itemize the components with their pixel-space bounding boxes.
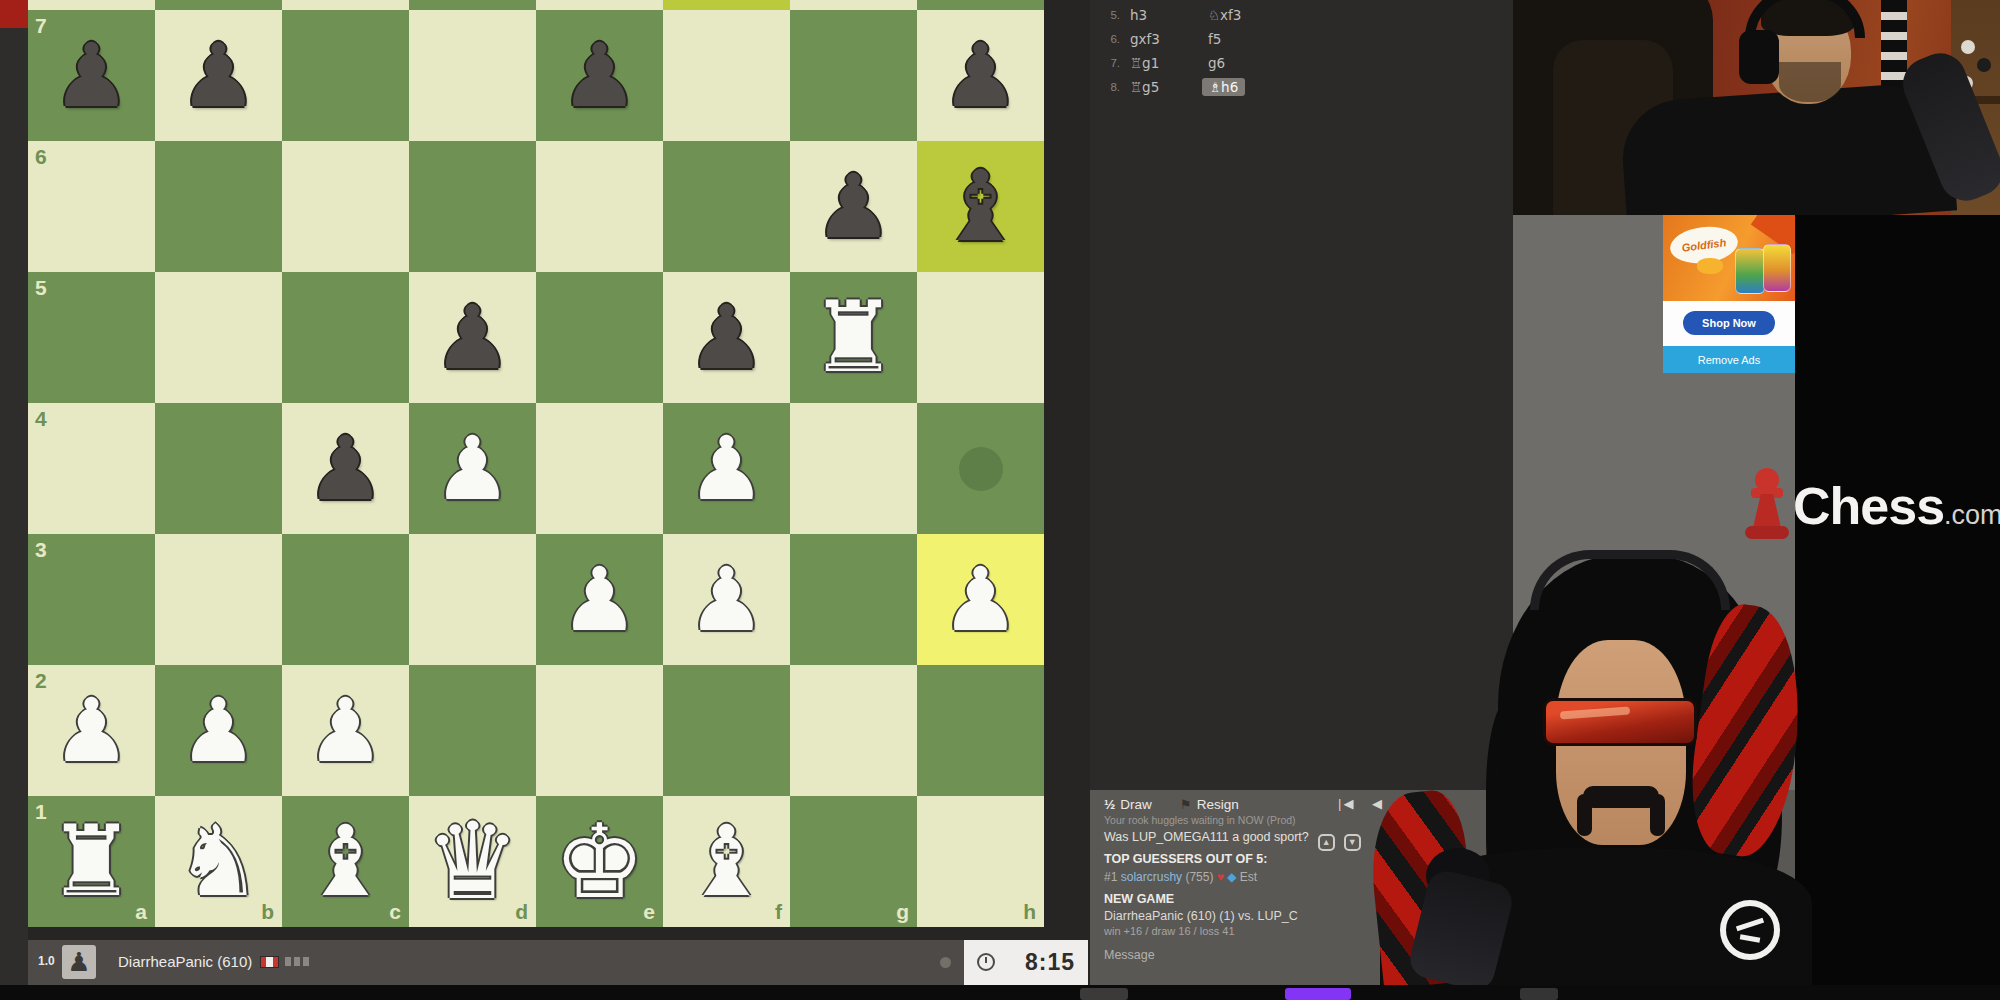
player-clock: 8:15 — [964, 940, 1088, 985]
square-b5[interactable] — [155, 272, 282, 403]
clock-time: 8:15 — [1025, 949, 1075, 976]
piece-white-pawn[interactable]: ♟ — [663, 403, 790, 534]
piece-black-pawn[interactable]: ♟ — [155, 10, 282, 141]
square-a3[interactable]: 3 — [28, 534, 155, 665]
square-f1[interactable]: f♝ — [663, 796, 790, 927]
square-f2[interactable] — [663, 665, 790, 796]
square-a7[interactable]: 7♟ — [28, 10, 155, 141]
square-h3[interactable]: ♟ — [917, 534, 1044, 665]
square-c3[interactable] — [282, 534, 409, 665]
piece-black-pawn[interactable]: ♟ — [790, 141, 917, 272]
draw-button[interactable]: ½Draw — [1104, 797, 1152, 812]
turn-indicator-dot — [940, 957, 951, 968]
message-input[interactable]: Message — [1104, 948, 1155, 962]
stream-frame: 7♟♟♟♟6♟♝5♟♟♜4♟♟♟3♟♟♟2♟♟♟1a♜b♞c♝d♛e♚f♝gh … — [0, 0, 2000, 1000]
square-c6[interactable] — [282, 141, 409, 272]
resign-flag-icon: ⚑ — [1180, 797, 1192, 812]
black-move-current[interactable]: ♗h6 — [1202, 78, 1245, 96]
remove-ads-button[interactable]: Remove Ads — [1663, 346, 1795, 373]
square-c4[interactable]: ♟ — [282, 403, 409, 534]
white-move[interactable]: h3 — [1130, 7, 1147, 23]
square-d3[interactable] — [409, 534, 536, 665]
ad-cracker-icon — [1697, 258, 1723, 274]
square-e7[interactable]: ♟ — [536, 10, 663, 141]
square-f6[interactable] — [663, 141, 790, 272]
square-b8[interactable] — [155, 0, 282, 10]
piece-black-bishop[interactable]: ♝ — [917, 141, 1044, 272]
piece-white-pawn[interactable]: ♟ — [282, 665, 409, 796]
headphones-icon — [1530, 550, 1730, 610]
square-c2[interactable]: ♟ — [282, 665, 409, 796]
square-f3[interactable]: ♟ — [663, 534, 790, 665]
avatar[interactable]: ♟ — [62, 945, 96, 979]
square-b2[interactable]: ♟ — [155, 665, 282, 796]
square-e3[interactable]: ♟ — [536, 534, 663, 665]
square-h5[interactable] — [917, 272, 1044, 403]
move-row: 6.gxf3f5 — [1090, 28, 1513, 52]
move-number: 5. — [1098, 9, 1120, 21]
square-g1[interactable]: g — [790, 796, 917, 927]
legal-move-dot[interactable] — [959, 447, 1003, 491]
piece-white-pawn[interactable]: ♟ — [663, 534, 790, 665]
square-e2[interactable] — [536, 665, 663, 796]
highlight-f8 — [663, 0, 790, 10]
overlay-button-purple[interactable] — [1285, 988, 1351, 1000]
rank-label-5: 5 — [35, 276, 47, 300]
square-g7[interactable] — [790, 10, 917, 141]
top-guessers-header: TOP GUESSERS OUT OF 5: — [1104, 852, 1267, 866]
streamer-torso — [1619, 81, 1957, 215]
square-g2[interactable] — [790, 665, 917, 796]
file-label-c: c — [389, 900, 401, 924]
rank-label-1: 1 — [35, 800, 47, 824]
square-g5[interactable]: ♜ — [790, 272, 917, 403]
square-d5[interactable]: ♟ — [409, 272, 536, 403]
match-score: 1.0 — [38, 954, 55, 968]
square-f4[interactable]: ♟ — [663, 403, 790, 534]
square-d2[interactable] — [409, 665, 536, 796]
square-h7[interactable]: ♟ — [917, 10, 1044, 141]
white-move[interactable]: ♖g1 — [1130, 55, 1159, 71]
resign-button[interactable]: ⚑Resign — [1180, 797, 1239, 812]
file-label-f: f — [775, 900, 782, 924]
file-label-a: a — [135, 900, 147, 924]
shop-now-button[interactable]: Shop Now — [1683, 311, 1775, 335]
square-d1[interactable]: d♛ — [409, 796, 536, 927]
thumbs-down-icon[interactable]: ▼ — [1344, 834, 1361, 851]
black-move[interactable]: f5 — [1208, 31, 1221, 47]
system-message: Your rook huggles waiting in NOW (Prod) — [1104, 814, 1296, 826]
file-label-g: g — [896, 900, 909, 924]
square-g4[interactable] — [790, 403, 917, 534]
file-label-d: d — [515, 900, 528, 924]
player-bar: 1.0 ♟ DiarrheaPanic (610) 8:15 — [28, 940, 1088, 985]
black-move[interactable]: ♘xf3 — [1208, 7, 1241, 23]
rank-label-2: 2 — [35, 669, 47, 693]
matchup-line: DiarrheaPanic (610) (1) vs. LUP_C — [1104, 909, 1298, 923]
rank-label-6: 6 — [35, 145, 47, 169]
square-h4[interactable] — [917, 403, 1044, 534]
sport-question: Was LUP_OMEGA111 a good sport?▲▼ — [1104, 830, 1361, 851]
webcam-bottom-overlay — [1380, 548, 1812, 985]
nav-first-button[interactable]: |◀ — [1338, 796, 1355, 811]
piece-white-pawn[interactable]: ♟ — [155, 665, 282, 796]
overlay-red-corner — [0, 0, 28, 28]
square-c5[interactable] — [282, 272, 409, 403]
square-a6[interactable]: 6 — [28, 141, 155, 272]
thumbs-up-icon[interactable]: ▲ — [1318, 834, 1335, 851]
logo-text: Chess.com — [1793, 476, 2000, 536]
rank-label-4: 4 — [35, 407, 47, 431]
left-edge-strip — [0, 0, 28, 985]
piece-black-pawn[interactable]: ♟ — [917, 10, 1044, 141]
piece-white-pawn[interactable]: ♟ — [917, 534, 1044, 665]
pawn-avatar-icon: ♟ — [67, 945, 90, 979]
piece-white-bishop[interactable]: ♝ — [663, 796, 790, 927]
square-e4[interactable] — [536, 403, 663, 534]
square-h8[interactable] — [917, 0, 1044, 10]
square-d8[interactable] — [409, 0, 536, 10]
bonus-dots-icon — [285, 957, 311, 966]
square-e8[interactable] — [536, 0, 663, 10]
club-ring-logo — [1720, 900, 1780, 960]
square-b3[interactable] — [155, 534, 282, 665]
square-g3[interactable] — [790, 534, 917, 665]
square-c7[interactable] — [282, 10, 409, 141]
ad-product-bag — [1735, 248, 1765, 294]
file-label-e: e — [643, 900, 655, 924]
move-row: 7.♖g1g6 — [1090, 52, 1513, 76]
square-h1[interactable]: h — [917, 796, 1044, 927]
chess-board[interactable]: 7♟♟♟♟6♟♝5♟♟♜4♟♟♟3♟♟♟2♟♟♟1a♜b♞c♝d♛e♚f♝gh — [28, 0, 1044, 927]
square-b7[interactable]: ♟ — [155, 10, 282, 141]
piece-white-pawn[interactable]: ♟ — [536, 534, 663, 665]
bottom-player-strip — [0, 985, 2000, 1000]
square-d4[interactable]: ♟ — [409, 403, 536, 534]
file-label-b: b — [261, 900, 274, 924]
piece-white-pawn[interactable]: ♟ — [28, 665, 155, 796]
square-a1[interactable]: 1a♜ — [28, 796, 155, 927]
clock-icon — [977, 953, 995, 971]
square-e1[interactable]: e♚ — [536, 796, 663, 927]
rank-label-7: 7 — [35, 14, 47, 38]
move-number: 6. — [1098, 33, 1120, 45]
square-f7[interactable] — [663, 10, 790, 141]
square-a8[interactable] — [28, 0, 155, 10]
white-move[interactable]: ♖g5 — [1130, 79, 1159, 95]
move-number: 8. — [1098, 81, 1120, 93]
square-e6[interactable] — [536, 141, 663, 272]
square-g8[interactable] — [790, 0, 917, 10]
square-a2[interactable]: 2♟ — [28, 665, 155, 796]
move-number: 7. — [1098, 57, 1120, 69]
piece-black-pawn[interactable]: ♟ — [28, 10, 155, 141]
stakes-line: win +16 / draw 16 / loss 41 — [1104, 925, 1235, 937]
square-b4[interactable] — [155, 403, 282, 534]
square-f8[interactable] — [663, 0, 790, 10]
file-label-h: h — [1023, 900, 1036, 924]
square-h2[interactable] — [917, 665, 1044, 796]
ad-image: Goldfish — [1663, 210, 1795, 301]
webcam-top — [1513, 0, 2000, 215]
country-flag-icon — [260, 956, 279, 968]
guesser-row: #1 solarcrushy (755) ♥ ◆ Est — [1104, 870, 1257, 884]
chesscom-logo: Chess.com — [1737, 468, 1997, 548]
piece-black-pawn[interactable]: ♟ — [282, 403, 409, 534]
move-row: 5.h3♘xf3 — [1090, 4, 1513, 28]
square-d7[interactable] — [409, 10, 536, 141]
piece-white-pawn[interactable]: ♟ — [409, 403, 536, 534]
overlay-button-dark[interactable] — [1520, 988, 1558, 1000]
square-c8[interactable] — [282, 0, 409, 10]
gem-icon: ◆ — [1227, 870, 1236, 884]
ad-cta-area: Shop Now — [1663, 301, 1795, 346]
mustache — [1583, 786, 1659, 808]
square-c1[interactable]: c♝ — [282, 796, 409, 927]
piece-black-pawn[interactable]: ♟ — [536, 10, 663, 141]
square-h6[interactable]: ♝ — [917, 141, 1044, 272]
overlay-button-gray[interactable] — [1080, 988, 1128, 1000]
guesser-username[interactable]: solarcrushy — [1121, 870, 1182, 884]
white-move[interactable]: gxf3 — [1130, 31, 1160, 47]
new-game-header: NEW GAME — [1104, 892, 1174, 906]
square-b1[interactable]: b♞ — [155, 796, 282, 927]
square-d6[interactable] — [409, 141, 536, 272]
red-sunglasses — [1543, 698, 1697, 746]
ad-product-bag — [1763, 244, 1791, 292]
square-f5[interactable]: ♟ — [663, 272, 790, 403]
piece-black-pawn[interactable]: ♟ — [663, 272, 790, 403]
square-a4[interactable]: 4 — [28, 403, 155, 534]
square-b6[interactable] — [155, 141, 282, 272]
player-name[interactable]: DiarrheaPanic (610) — [118, 953, 311, 970]
ad-box[interactable]: Goldfish Shop Now Remove Ads — [1663, 210, 1795, 373]
piece-white-rook[interactable]: ♜ — [790, 272, 917, 403]
heart-icon: ♥ — [1217, 870, 1224, 884]
rank-label-3: 3 — [35, 538, 47, 562]
move-row: 8.♖g5♗h6 — [1090, 76, 1513, 100]
black-move[interactable]: g6 — [1208, 55, 1225, 71]
square-g6[interactable]: ♟ — [790, 141, 917, 272]
piece-black-pawn[interactable]: ♟ — [409, 272, 536, 403]
square-a5[interactable]: 5 — [28, 272, 155, 403]
square-e5[interactable] — [536, 272, 663, 403]
